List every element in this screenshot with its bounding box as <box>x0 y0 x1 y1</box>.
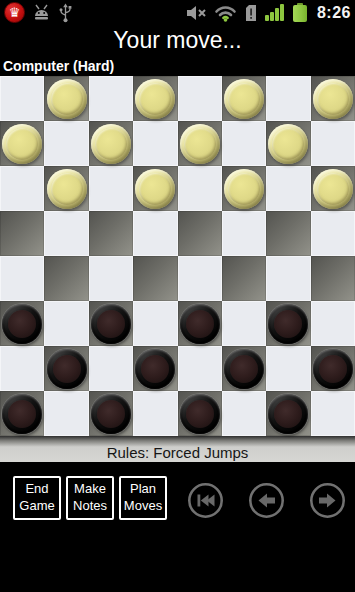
square-r7c5 <box>222 391 266 436</box>
black-piece[interactable] <box>313 349 353 389</box>
status-bar: ♛ <box>0 0 355 25</box>
square-r2c4 <box>178 166 222 211</box>
square-r3c2[interactable] <box>89 211 133 256</box>
white-piece[interactable] <box>2 124 42 164</box>
square-r0c7[interactable] <box>311 76 355 121</box>
square-r2c6 <box>266 166 310 211</box>
white-piece[interactable] <box>47 169 87 209</box>
square-r1c4[interactable] <box>178 121 222 166</box>
black-piece[interactable] <box>180 394 220 434</box>
square-r3c6[interactable] <box>266 211 310 256</box>
black-piece[interactable] <box>91 304 131 344</box>
square-r4c2 <box>89 256 133 301</box>
square-r1c2[interactable] <box>89 121 133 166</box>
sdcard-warning-icon <box>244 4 258 22</box>
white-piece[interactable] <box>313 169 353 209</box>
black-piece[interactable] <box>2 394 42 434</box>
skip-to-start-icon <box>187 482 224 519</box>
square-r5c1 <box>44 301 88 346</box>
square-r4c1[interactable] <box>44 256 88 301</box>
square-r0c2 <box>89 76 133 121</box>
black-piece[interactable] <box>135 349 175 389</box>
square-r4c3[interactable] <box>133 256 177 301</box>
square-r5c0[interactable] <box>0 301 44 346</box>
square-r4c5[interactable] <box>222 256 266 301</box>
square-r3c5 <box>222 211 266 256</box>
square-r1c1 <box>44 121 88 166</box>
square-r6c4 <box>178 346 222 391</box>
square-r4c7[interactable] <box>311 256 355 301</box>
white-piece[interactable] <box>91 124 131 164</box>
square-r7c7 <box>311 391 355 436</box>
black-piece[interactable] <box>268 394 308 434</box>
square-r1c6[interactable] <box>266 121 310 166</box>
white-piece[interactable] <box>47 79 87 119</box>
white-piece[interactable] <box>313 79 353 119</box>
app-screen: ♛ <box>0 0 355 592</box>
square-r7c0[interactable] <box>0 391 44 436</box>
square-r6c3[interactable] <box>133 346 177 391</box>
square-r2c5[interactable] <box>222 166 266 211</box>
clock: 8:26 <box>317 4 351 22</box>
square-r5c7 <box>311 301 355 346</box>
square-r4c0 <box>0 256 44 301</box>
white-piece[interactable] <box>224 79 264 119</box>
square-r7c1 <box>44 391 88 436</box>
white-piece[interactable] <box>268 124 308 164</box>
square-r0c3[interactable] <box>133 76 177 121</box>
white-piece[interactable] <box>135 79 175 119</box>
square-r4c4 <box>178 256 222 301</box>
square-r5c3 <box>133 301 177 346</box>
square-r7c2[interactable] <box>89 391 133 436</box>
square-r5c2[interactable] <box>89 301 133 346</box>
square-r2c7[interactable] <box>311 166 355 211</box>
forward-arrow-icon <box>309 482 346 519</box>
black-piece[interactable] <box>180 304 220 344</box>
square-r1c5 <box>222 121 266 166</box>
make-notes-button[interactable]: Make Notes <box>66 476 114 520</box>
usb-icon <box>58 3 73 23</box>
opponent-label: Computer (Hard) <box>0 58 355 76</box>
white-piece[interactable] <box>135 169 175 209</box>
square-r6c0 <box>0 346 44 391</box>
square-r0c5[interactable] <box>222 76 266 121</box>
white-piece[interactable] <box>224 169 264 209</box>
volume-muted-icon <box>186 5 207 21</box>
square-r1c3 <box>133 121 177 166</box>
square-r1c7 <box>311 121 355 166</box>
battery-icon <box>293 3 307 22</box>
square-r2c2 <box>89 166 133 211</box>
nav-group <box>187 482 346 519</box>
square-r2c0 <box>0 166 44 211</box>
square-r2c3[interactable] <box>133 166 177 211</box>
rules-bar: Rules: Forced Jumps <box>0 436 355 462</box>
square-r7c6[interactable] <box>266 391 310 436</box>
forward-button[interactable] <box>309 482 346 519</box>
black-piece[interactable] <box>47 349 87 389</box>
black-piece[interactable] <box>2 304 42 344</box>
square-r3c4[interactable] <box>178 211 222 256</box>
android-debug-icon <box>32 4 51 21</box>
square-r6c5[interactable] <box>222 346 266 391</box>
square-r5c6[interactable] <box>266 301 310 346</box>
square-r6c6 <box>266 346 310 391</box>
square-r3c3 <box>133 211 177 256</box>
square-r0c4 <box>178 76 222 121</box>
checkers-app-crown-icon: ♛ <box>4 2 25 23</box>
black-piece[interactable] <box>268 304 308 344</box>
control-bar: End Game Make Notes Plan Moves <box>0 462 355 592</box>
wifi-icon <box>214 4 237 22</box>
square-r3c1 <box>44 211 88 256</box>
square-r2c1[interactable] <box>44 166 88 211</box>
white-piece[interactable] <box>180 124 220 164</box>
plan-moves-button[interactable]: Plan Moves <box>119 476 167 520</box>
end-game-button[interactable]: End Game <box>13 476 61 520</box>
signal-strength-icon <box>265 4 284 21</box>
square-r3c7 <box>311 211 355 256</box>
square-r5c5 <box>222 301 266 346</box>
square-r6c7[interactable] <box>311 346 355 391</box>
square-r0c1[interactable] <box>44 76 88 121</box>
square-r6c1[interactable] <box>44 346 88 391</box>
black-piece[interactable] <box>91 394 131 434</box>
square-r3c0[interactable] <box>0 211 44 256</box>
square-r6c2 <box>89 346 133 391</box>
back-button[interactable] <box>248 482 285 519</box>
square-r0c0 <box>0 76 44 121</box>
board <box>0 76 355 436</box>
turn-indicator: Your move... <box>0 25 355 58</box>
skip-to-start-button[interactable] <box>187 482 224 519</box>
square-r7c4[interactable] <box>178 391 222 436</box>
black-piece[interactable] <box>224 349 264 389</box>
square-r4c6 <box>266 256 310 301</box>
square-r1c0[interactable] <box>0 121 44 166</box>
square-r7c3 <box>133 391 177 436</box>
square-r0c6 <box>266 76 310 121</box>
square-r5c4[interactable] <box>178 301 222 346</box>
back-arrow-icon <box>248 482 285 519</box>
